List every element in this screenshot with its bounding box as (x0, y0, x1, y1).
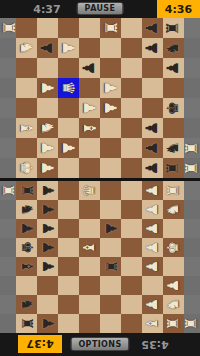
piece-bP: ♟ (145, 161, 161, 175)
piece-wP: ♟ (145, 203, 160, 216)
top-square-r2c2[interactable]: ♟ (37, 38, 58, 58)
bottom-tray-left-r8 (0, 314, 16, 333)
bottom-square-r8c3[interactable] (58, 314, 79, 333)
piece-wB: ♝ (145, 317, 160, 330)
top-square-r6c2[interactable]: ♞ (37, 118, 58, 138)
piece-bR: ♜ (19, 317, 34, 330)
top-square-r5c4[interactable]: ♟ (79, 98, 100, 118)
piece-wP: ♟ (145, 241, 160, 254)
piece-wR: ♜ (166, 184, 181, 197)
bottom-square-r1c4[interactable]: ♛ (79, 181, 100, 200)
piece-wN: ♞ (19, 41, 35, 55)
piece-wN: ♞ (40, 121, 56, 135)
top-square-r8c1[interactable]: ♚ (16, 158, 37, 178)
bottom-square-r8c5[interactable] (100, 314, 121, 333)
top-tray-right-r7: ♜ (184, 138, 200, 158)
top-square-r7c1[interactable] (16, 138, 37, 158)
top-tray-left-r7 (0, 138, 16, 158)
top-square-r4c4[interactable] (79, 78, 100, 98)
bottom-square-r5c5[interactable]: ♜ (100, 257, 121, 276)
bottom-square-r4c6[interactable] (121, 238, 142, 257)
top-square-r3c2[interactable] (37, 58, 58, 78)
piece-wP: ♟ (166, 279, 181, 292)
piece-bP: ♟ (40, 184, 55, 197)
piece-wB: ♝ (19, 121, 35, 135)
piece-bR: ♜ (166, 21, 182, 35)
top-square-r7c7[interactable]: ♟ (142, 138, 163, 158)
top-square-r8c8[interactable]: ♜ (163, 158, 184, 178)
top-square-r3c3[interactable] (58, 58, 79, 78)
top-square-r2c4[interactable] (79, 38, 100, 58)
piece-wB: ♝ (82, 121, 98, 135)
bottom-square-r2c5[interactable] (100, 200, 121, 219)
top-square-r5c2[interactable] (37, 98, 58, 118)
top-square-r6c8[interactable] (163, 118, 184, 138)
piece-bP: ♟ (145, 141, 161, 155)
piece-bN: ♞ (19, 298, 34, 311)
top-square-r3c7[interactable] (142, 58, 163, 78)
bottom-square-r8c6[interactable] (121, 314, 142, 333)
piece-wP: ♟ (145, 184, 160, 197)
top-square-r1c3[interactable] (58, 18, 79, 38)
bottom-tray-right-r5 (184, 257, 200, 276)
top-square-r8c4[interactable] (79, 158, 100, 178)
top-square-r5c3[interactable] (58, 98, 79, 118)
top-square-r7c3[interactable]: ♟ (58, 138, 79, 158)
bottom-tray-left-r6 (0, 276, 16, 295)
bottom-square-r7c4[interactable] (79, 295, 100, 314)
top-square-r4c7[interactable] (142, 78, 163, 98)
top-tray-right-r8: ♜ (184, 158, 200, 178)
piece-wQ: ♛ (61, 81, 77, 95)
top-tray-left-r8 (0, 158, 16, 178)
bottom-square-r5c2[interactable]: ♟ (37, 257, 58, 276)
top-square-r4c8[interactable] (163, 78, 184, 98)
top-square-r4c2[interactable]: ♟ (37, 78, 58, 98)
bottom-left-clock-active[interactable]: 4:37 (18, 335, 62, 353)
bottom-square-r3c8[interactable] (163, 219, 184, 238)
top-square-r2c8[interactable]: ♞ (163, 38, 184, 58)
top-square-r6c5[interactable] (100, 118, 121, 138)
bottom-tray-right-r4 (184, 238, 200, 257)
piece-wP: ♟ (145, 298, 160, 311)
top-square-r8c7[interactable]: ♟ (142, 158, 163, 178)
piece-wR: ♜ (166, 317, 181, 330)
top-tray-right-r2 (184, 38, 200, 58)
top-tray-left-r3 (0, 58, 16, 78)
bottom-square-r3c3[interactable] (58, 219, 79, 238)
bottom-chess-board: ♜♜♟♛♟♜♞♟♟♞♟♟♟♟♚♟♝♟♚♝♟♜♟♟♞♟♞♜♟♝♜♜ (0, 181, 200, 333)
bottom-tray-right-r8: ♜ (184, 314, 200, 333)
top-square-r5c6[interactable] (121, 98, 142, 118)
bottom-square-r7c6[interactable] (121, 295, 142, 314)
bottom-right-clock[interactable]: 4:35 (134, 333, 176, 356)
bottom-tray-left-r4 (0, 238, 16, 257)
top-clock-bar: 4:37 PAUSE 4:36 (0, 0, 200, 18)
captured-piece-wR: ♜ (0, 184, 15, 197)
top-tray-left-r6 (0, 118, 16, 138)
top-tray-right-r6 (184, 118, 200, 138)
piece-bP: ♟ (145, 41, 161, 55)
top-square-r4c3[interactable]: ♛ (58, 78, 79, 98)
bottom-square-r2c1[interactable]: ♞ (16, 200, 37, 219)
top-square-r5c1[interactable] (16, 98, 37, 118)
piece-bK: ♚ (19, 241, 34, 254)
bottom-square-r4c8[interactable]: ♚ (163, 238, 184, 257)
captured-piece-wR: ♜ (0, 21, 16, 35)
top-right-clock-active[interactable]: 4:36 (157, 0, 200, 18)
bottom-square-r8c1[interactable]: ♜ (16, 314, 37, 333)
piece-bP: ♟ (103, 222, 118, 235)
top-square-r1c2[interactable] (37, 18, 58, 38)
bottom-tray-left-r1: ♜ (0, 181, 16, 200)
piece-wK: ♚ (19, 161, 35, 175)
piece-wP: ♟ (145, 222, 160, 235)
top-square-r6c4[interactable]: ♝ (79, 118, 100, 138)
bottom-square-r5c7[interactable]: ♟ (142, 257, 163, 276)
piece-wB: ♝ (82, 241, 97, 254)
bottom-clock-bar: 4:37 OPTIONS 4:35 (0, 333, 200, 356)
piece-wP: ♟ (61, 41, 77, 55)
top-square-r8c6[interactable] (121, 158, 142, 178)
top-tray-left-r1: ♜ (0, 18, 16, 38)
top-square-r7c5[interactable] (100, 138, 121, 158)
piece-wP: ♟ (145, 260, 160, 273)
bottom-square-r1c2[interactable]: ♟ (37, 181, 58, 200)
top-tray-left-r5 (0, 98, 16, 118)
bottom-square-r2c2[interactable]: ♟ (37, 200, 58, 219)
bottom-square-r1c8[interactable]: ♜ (163, 181, 184, 200)
piece-bP: ♟ (145, 21, 161, 35)
top-square-r1c7[interactable]: ♟ (142, 18, 163, 38)
bottom-square-r8c4[interactable] (79, 314, 100, 333)
piece-wK: ♚ (166, 241, 181, 254)
top-square-r2c5[interactable] (100, 38, 121, 58)
piece-bR: ♜ (166, 161, 182, 175)
top-square-r7c2[interactable]: ♟ (37, 138, 58, 158)
top-square-r8c2[interactable]: ♟ (37, 158, 58, 178)
top-tray-left-r2 (0, 38, 16, 58)
bottom-square-r7c8[interactable]: ♞ (163, 295, 184, 314)
bottom-square-r4c4[interactable]: ♝ (79, 238, 100, 257)
top-square-r1c6[interactable] (121, 18, 142, 38)
piece-wP: ♟ (82, 101, 98, 115)
top-square-r6c1[interactable]: ♝ (16, 118, 37, 138)
bottom-square-r6c1[interactable] (16, 276, 37, 295)
bottom-square-r1c7[interactable]: ♟ (142, 181, 163, 200)
piece-wQ: ♛ (82, 184, 97, 197)
captured-piece-wR: ♜ (184, 317, 199, 330)
piece-bP: ♟ (19, 222, 34, 235)
top-square-r3c1[interactable] (16, 58, 37, 78)
piece-bP: ♟ (82, 61, 98, 75)
top-left-clock[interactable]: 4:37 (28, 0, 66, 18)
bottom-tray-right-r3 (184, 219, 200, 238)
piece-wP: ♟ (61, 141, 77, 155)
top-chess-board: ♜♜♟♜♞♟♟♟♞♟♟♟♛♟♟♟♚♝♞♝♟♟♟♟♞♜♚♟♟♜♜ (0, 18, 200, 178)
top-square-r4c1[interactable] (16, 78, 37, 98)
options-button[interactable]: OPTIONS (70, 337, 129, 351)
bottom-tray-left-r7 (0, 295, 16, 314)
piece-wP: ♟ (40, 141, 56, 155)
top-square-r2c3[interactable]: ♟ (58, 38, 79, 58)
piece-wP: ♟ (103, 81, 119, 95)
piece-bP: ♟ (40, 41, 56, 55)
piece-wP: ♟ (103, 101, 119, 115)
bottom-square-r4c3[interactable] (58, 238, 79, 257)
piece-bP: ♟ (40, 203, 55, 216)
top-square-r5c5[interactable]: ♟ (100, 98, 121, 118)
bottom-square-r2c3[interactable] (58, 200, 79, 219)
bottom-square-r4c1[interactable]: ♚ (16, 238, 37, 257)
top-square-r5c7[interactable] (142, 98, 163, 118)
piece-bB: ♝ (19, 260, 34, 273)
bottom-square-r3c2[interactable]: ♟ (37, 219, 58, 238)
top-square-r7c8[interactable]: ♞ (163, 138, 184, 158)
piece-bK: ♚ (166, 101, 182, 115)
top-square-r3c6[interactable] (121, 58, 142, 78)
top-square-r1c1[interactable] (16, 18, 37, 38)
piece-bR: ♜ (19, 184, 34, 197)
top-square-r1c5[interactable]: ♜ (100, 18, 121, 38)
bottom-tray-right-r1 (184, 181, 200, 200)
top-square-r3c8[interactable]: ♟ (163, 58, 184, 78)
top-tray-right-r4 (184, 78, 200, 98)
top-square-r3c5[interactable] (100, 58, 121, 78)
top-square-r4c5[interactable]: ♟ (100, 78, 121, 98)
bottom-square-r5c4[interactable] (79, 257, 100, 276)
bottom-tray-left-r3 (0, 219, 16, 238)
top-square-r5c8[interactable]: ♚ (163, 98, 184, 118)
top-tray-left-r4 (0, 78, 16, 98)
captured-piece-wR: ♜ (184, 141, 200, 155)
bottom-square-r8c8[interactable]: ♜ (163, 314, 184, 333)
bottom-square-r1c1[interactable]: ♜ (16, 181, 37, 200)
bottom-square-r5c1[interactable]: ♝ (16, 257, 37, 276)
top-square-r8c3[interactable] (58, 158, 79, 178)
app-window: 4:37 PAUSE 4:36 ♜♜♟♜♞♟♟♟♞♟♟♟♛♟♟♟♚♝♞♝♟♟♟♟… (0, 0, 200, 356)
piece-bP: ♟ (166, 61, 182, 75)
top-square-r4c6[interactable] (121, 78, 142, 98)
bottom-square-r4c5[interactable] (100, 238, 121, 257)
bottom-square-r7c3[interactable] (58, 295, 79, 314)
top-square-r6c7[interactable]: ♟ (142, 118, 163, 138)
top-square-r6c3[interactable] (58, 118, 79, 138)
pause-button[interactable]: PAUSE (77, 2, 124, 15)
bottom-square-r6c6[interactable] (121, 276, 142, 295)
bottom-tray-right-r2 (184, 200, 200, 219)
bottom-square-r3c1[interactable]: ♟ (16, 219, 37, 238)
piece-bP: ♟ (145, 121, 161, 135)
bottom-square-r3c5[interactable]: ♟ (100, 219, 121, 238)
piece-bN: ♞ (166, 141, 182, 155)
piece-wP: ♟ (40, 161, 56, 175)
top-square-r2c6[interactable] (121, 38, 142, 58)
top-square-r2c1[interactable]: ♞ (16, 38, 37, 58)
piece-bR: ♜ (103, 260, 118, 273)
bottom-square-r6c4[interactable] (79, 276, 100, 295)
top-square-r8c5[interactable] (100, 158, 121, 178)
bottom-square-r1c5[interactable] (100, 181, 121, 200)
piece-bP: ♟ (40, 260, 55, 273)
bottom-square-r5c3[interactable] (58, 257, 79, 276)
top-tray-right-r3 (184, 58, 200, 78)
bottom-tray-right-r6 (184, 276, 200, 295)
piece-wR: ♜ (103, 21, 119, 35)
top-square-r6c6[interactable] (121, 118, 142, 138)
bottom-square-r8c2[interactable]: ♟ (37, 314, 58, 333)
bottom-square-r8c7[interactable]: ♝ (142, 314, 163, 333)
bottom-tray-left-r2 (0, 200, 16, 219)
piece-bP: ♟ (40, 317, 55, 330)
top-tray-right-r1 (184, 18, 200, 38)
piece-bN: ♞ (166, 41, 182, 55)
bottom-square-r6c5[interactable] (100, 276, 121, 295)
top-square-r1c8[interactable]: ♜ (163, 18, 184, 38)
bottom-square-r7c2[interactable] (37, 295, 58, 314)
bottom-square-r2c4[interactable] (79, 200, 100, 219)
bottom-square-r3c6[interactable] (121, 219, 142, 238)
captured-piece-wR: ♜ (184, 161, 200, 175)
bottom-square-r2c8[interactable]: ♞ (163, 200, 184, 219)
bottom-square-r1c6[interactable] (121, 181, 142, 200)
bottom-square-r1c3[interactable] (58, 181, 79, 200)
bottom-square-r7c1[interactable]: ♞ (16, 295, 37, 314)
bottom-tray-left-r5 (0, 257, 16, 276)
piece-bN: ♞ (19, 203, 34, 216)
piece-bP: ♟ (40, 241, 55, 254)
piece-wN: ♞ (166, 298, 181, 311)
piece-bP: ♟ (40, 222, 55, 235)
bottom-square-r2c6[interactable] (121, 200, 142, 219)
bottom-square-r6c3[interactable] (58, 276, 79, 295)
bottom-tray-right-r7 (184, 295, 200, 314)
bottom-square-r6c8[interactable]: ♟ (163, 276, 184, 295)
bottom-square-r7c7[interactable]: ♟ (142, 295, 163, 314)
bottom-square-r4c2[interactable]: ♟ (37, 238, 58, 257)
top-square-r7c4[interactable] (79, 138, 100, 158)
top-square-r2c7[interactable]: ♟ (142, 38, 163, 58)
bottom-square-r2c7[interactable]: ♟ (142, 200, 163, 219)
top-tray-right-r5 (184, 98, 200, 118)
bottom-square-r3c7[interactable]: ♟ (142, 219, 163, 238)
bottom-square-r4c7[interactable]: ♟ (142, 238, 163, 257)
bottom-square-r5c6[interactable] (121, 257, 142, 276)
piece-wP: ♟ (40, 81, 56, 95)
top-square-r7c6[interactable] (121, 138, 142, 158)
bottom-square-r6c7[interactable] (142, 276, 163, 295)
bottom-square-r6c2[interactable] (37, 276, 58, 295)
bottom-square-r5c8[interactable] (163, 257, 184, 276)
top-square-r3c4[interactable]: ♟ (79, 58, 100, 78)
top-square-r1c4[interactable] (79, 18, 100, 38)
bottom-square-r7c5[interactable] (100, 295, 121, 314)
bottom-square-r3c4[interactable] (79, 219, 100, 238)
piece-wN: ♞ (166, 203, 181, 216)
